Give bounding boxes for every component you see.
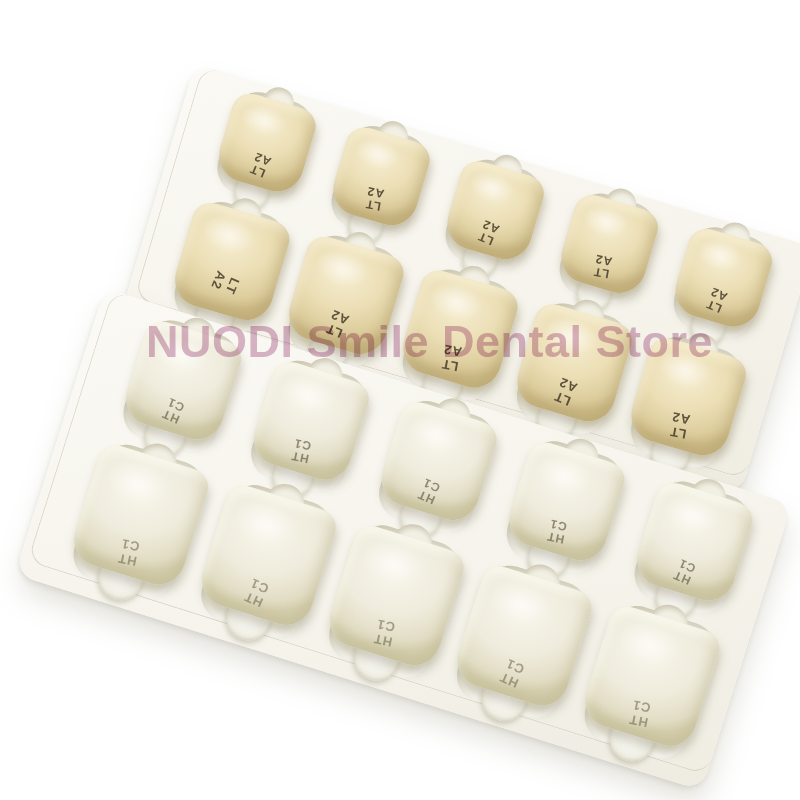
ceramic-block: HTC1 (67, 441, 212, 592)
block-shade-label: LTA2 (329, 177, 418, 219)
block-shade-label: HTC1 (250, 427, 353, 473)
block-shade-label: LTA2 (627, 401, 731, 448)
ceramic-block: LTA2 (440, 157, 547, 266)
block-pocket: HTC1 (578, 599, 721, 764)
block-shade-label: HTC1 (326, 607, 444, 658)
block-shade-label: LTA2 (215, 135, 305, 193)
shade-color: C1 (293, 435, 313, 452)
block-pocket: HTC1 (628, 475, 756, 620)
dental-blocks-product-photo: LTA2LTA2LTA2LTA2LTA2LTA2LTA2LTA2LTA2LTA2… (0, 0, 800, 800)
ceramic-block: HTC1 (579, 602, 724, 753)
ceramic-block: HTC1 (247, 357, 374, 486)
ceramic-block: LTA2 (168, 198, 293, 326)
block-pocket: HTC1 (323, 519, 466, 684)
shade-color: C1 (120, 536, 141, 554)
ceramic-block: HTC1 (195, 481, 340, 632)
block-shade-label: HTC1 (634, 539, 736, 604)
block-shade-label: LTA2 (443, 203, 533, 261)
ceramic-block: HTC1 (630, 478, 757, 607)
ceramic-block: HTC1 (451, 562, 596, 713)
block-shade-label: LTA2 (513, 358, 617, 423)
block-pocket: LTA2 (211, 86, 319, 209)
shade-color: C1 (548, 516, 568, 533)
watermark-text: NUODI Smile Dental Store (146, 316, 713, 368)
ceramic-block: HTC1 (375, 398, 502, 527)
ceramic-block: HTC1 (323, 521, 468, 672)
block-pocket: LTA2 (325, 120, 433, 243)
block-shade-label: HTC1 (505, 508, 608, 554)
block-pocket: HTC1 (245, 354, 373, 499)
ceramic-block: LTA2 (212, 89, 319, 198)
block-pocket: HTC1 (195, 478, 338, 643)
ceramic-block: LTA2 (326, 123, 433, 232)
block-pocket: HTC1 (500, 435, 628, 580)
shade-color: A2 (594, 251, 614, 267)
block-shade-label: HTC1 (378, 458, 480, 523)
shade-color: C1 (375, 616, 396, 634)
block-shade-label: HTC1 (70, 526, 188, 577)
block-shade-label: LTA2 (557, 244, 646, 286)
block-shade-label: HTC1 (122, 378, 224, 443)
block-pocket: HTC1 (372, 394, 500, 539)
block-pocket: LTA2 (439, 153, 547, 276)
shade-color: A2 (365, 183, 385, 199)
shade-color: C1 (631, 697, 652, 715)
block-pocket: HTC1 (67, 438, 210, 603)
block-pocket: HTC1 (450, 559, 593, 724)
ceramic-block: LTA2 (554, 190, 661, 299)
block-pocket: LTA2 (553, 187, 661, 310)
ceramic-block: HTC1 (503, 438, 630, 567)
block-shade-label: HTC1 (581, 687, 699, 738)
shade-color: A2 (670, 409, 691, 427)
